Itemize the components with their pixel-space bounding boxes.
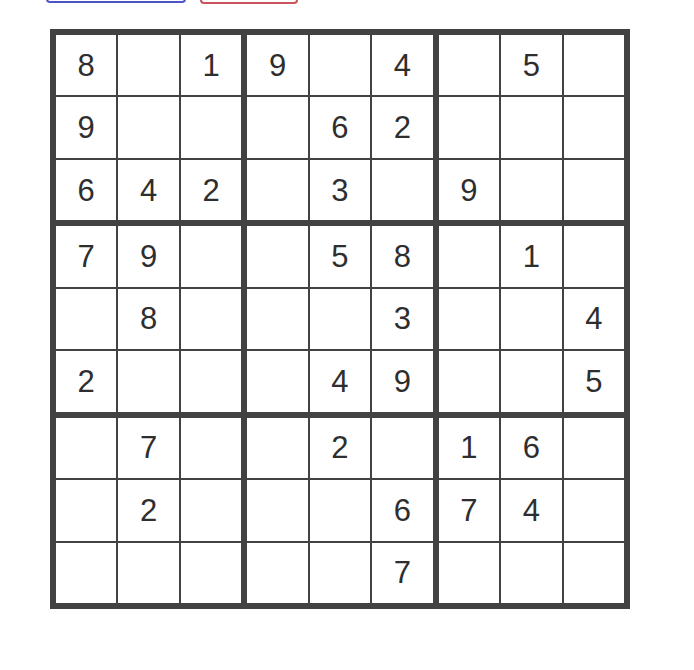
cell-r3c8[interactable] (501, 160, 561, 220)
cell-r6c5[interactable]: 4 (310, 351, 370, 411)
danger-button[interactable] (200, 0, 298, 4)
cell-r1c3[interactable]: 1 (181, 35, 241, 95)
cell-r5c2[interactable]: 8 (118, 289, 178, 349)
cell-r1c9[interactable] (564, 35, 624, 95)
cell-r8c5[interactable] (310, 480, 370, 540)
cell-r2c3[interactable] (181, 97, 241, 157)
cell-r4c5[interactable]: 5 (310, 226, 370, 286)
cell-r3c9[interactable] (564, 160, 624, 220)
cell-r1c2[interactable] (118, 35, 178, 95)
cell-r6c8[interactable] (501, 351, 561, 411)
cell-r5c1[interactable] (56, 289, 116, 349)
cell-r9c8[interactable] (501, 543, 561, 603)
box-4: 7982 (56, 226, 241, 411)
cell-r9c9[interactable] (564, 543, 624, 603)
cell-r8c3[interactable] (181, 480, 241, 540)
cell-r2c9[interactable] (564, 97, 624, 157)
cell-r7c4[interactable] (247, 418, 307, 478)
cell-r9c7[interactable] (439, 543, 499, 603)
cell-r7c8[interactable]: 6 (501, 418, 561, 478)
cell-r5c5[interactable] (310, 289, 370, 349)
cell-r9c2[interactable] (118, 543, 178, 603)
cell-r8c1[interactable] (56, 480, 116, 540)
cell-r3c5[interactable]: 3 (310, 160, 370, 220)
box-2: 94623 (247, 35, 432, 220)
cell-r4c9[interactable] (564, 226, 624, 286)
cell-r3c2[interactable]: 4 (118, 160, 178, 220)
cell-r8c4[interactable] (247, 480, 307, 540)
cell-r7c1[interactable] (56, 418, 116, 478)
cell-r6c1[interactable]: 2 (56, 351, 116, 411)
cell-r4c6[interactable]: 8 (372, 226, 432, 286)
cell-r1c6[interactable]: 4 (372, 35, 432, 95)
cell-r2c1[interactable]: 9 (56, 97, 116, 157)
cell-r9c4[interactable] (247, 543, 307, 603)
cell-r8c7[interactable]: 7 (439, 480, 499, 540)
cell-r9c5[interactable] (310, 543, 370, 603)
cell-r2c6[interactable]: 2 (372, 97, 432, 157)
cell-r6c7[interactable] (439, 351, 499, 411)
cell-r4c4[interactable] (247, 226, 307, 286)
cell-r5c6[interactable]: 3 (372, 289, 432, 349)
box-6: 145 (439, 226, 624, 411)
cell-r8c6[interactable]: 6 (372, 480, 432, 540)
cell-r7c9[interactable] (564, 418, 624, 478)
cell-r1c8[interactable]: 5 (501, 35, 561, 95)
cell-r8c8[interactable]: 4 (501, 480, 561, 540)
cell-r5c8[interactable] (501, 289, 561, 349)
cell-r6c9[interactable]: 5 (564, 351, 624, 411)
cell-r7c3[interactable] (181, 418, 241, 478)
cell-r2c4[interactable] (247, 97, 307, 157)
primary-button[interactable] (46, 0, 186, 3)
cell-r3c6[interactable] (372, 160, 432, 220)
cell-r4c3[interactable] (181, 226, 241, 286)
cell-r6c6[interactable]: 9 (372, 351, 432, 411)
cell-r7c5[interactable]: 2 (310, 418, 370, 478)
box-8: 267 (247, 418, 432, 603)
cell-r1c1[interactable]: 8 (56, 35, 116, 95)
cell-r9c1[interactable] (56, 543, 116, 603)
cell-r1c4[interactable]: 9 (247, 35, 307, 95)
cell-r5c4[interactable] (247, 289, 307, 349)
cell-r5c9[interactable]: 4 (564, 289, 624, 349)
cell-r5c3[interactable] (181, 289, 241, 349)
cell-r4c2[interactable]: 9 (118, 226, 178, 286)
cell-r9c3[interactable] (181, 543, 241, 603)
cell-r7c7[interactable]: 1 (439, 418, 499, 478)
cell-r5c7[interactable] (439, 289, 499, 349)
sudoku-board: 8196429462359798258349145722671674 (50, 29, 630, 609)
cell-r1c5[interactable] (310, 35, 370, 95)
cell-r2c2[interactable] (118, 97, 178, 157)
box-9: 1674 (439, 418, 624, 603)
cell-r8c2[interactable]: 2 (118, 480, 178, 540)
cell-r8c9[interactable] (564, 480, 624, 540)
cell-r3c1[interactable]: 6 (56, 160, 116, 220)
cell-r4c7[interactable] (439, 226, 499, 286)
box-3: 59 (439, 35, 624, 220)
cell-r6c2[interactable] (118, 351, 178, 411)
box-7: 72 (56, 418, 241, 603)
cell-r9c6[interactable]: 7 (372, 543, 432, 603)
cell-r7c2[interactable]: 7 (118, 418, 178, 478)
cell-r3c3[interactable]: 2 (181, 160, 241, 220)
cell-r4c8[interactable]: 1 (501, 226, 561, 286)
cell-r6c3[interactable] (181, 351, 241, 411)
cell-r6c4[interactable] (247, 351, 307, 411)
cell-r4c1[interactable]: 7 (56, 226, 116, 286)
cell-r7c6[interactable] (372, 418, 432, 478)
cell-r2c5[interactable]: 6 (310, 97, 370, 157)
cell-r3c7[interactable]: 9 (439, 160, 499, 220)
cell-r3c4[interactable] (247, 160, 307, 220)
cell-r2c7[interactable] (439, 97, 499, 157)
cell-r2c8[interactable] (501, 97, 561, 157)
box-1: 819642 (56, 35, 241, 220)
box-5: 58349 (247, 226, 432, 411)
cell-r1c7[interactable] (439, 35, 499, 95)
